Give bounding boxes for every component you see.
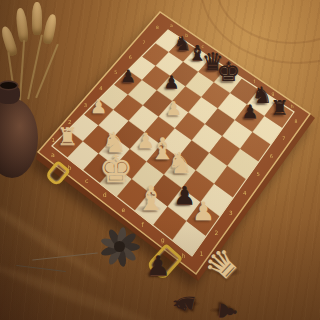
file-label-far: g [272,91,275,96]
rank-label-left: 1 [52,137,56,143]
chess-set-photo: aa11bb22cc33dd44ee55ff66gg77hh88 ♞♝♛♚♞♜♟… [0,0,320,320]
file-label-near: c [85,177,89,184]
rank-label-left: 2 [68,119,71,125]
rank-label-right: 2 [214,229,218,236]
rank-label-right: 3 [229,210,233,216]
rank-label-right: 8 [295,119,298,124]
file-label-far: b [185,33,188,38]
rank-label-right: 5 [257,171,260,177]
file-label-far: d [218,55,221,60]
file-label-near: e [121,206,125,213]
rank-label-left: 4 [99,85,102,91]
file-label-near: g [161,236,165,244]
rank-label-left: 5 [114,69,117,75]
rank-label-right: 6 [270,153,273,159]
rank-label-right: 4 [243,190,247,196]
dried-flower [92,220,146,274]
rank-label-left: 6 [129,55,132,60]
vase-mouth [0,82,17,89]
file-label-far: a [170,23,173,28]
rank-label-left: 3 [84,102,87,108]
wheat-head [32,2,42,35]
rank-label-right: 7 [282,136,285,141]
rank-label-left: 7 [143,40,146,45]
file-label-far: e [235,67,238,72]
rank-label-left: 8 [156,25,159,30]
file-label-far: h [291,104,294,109]
flower-core [114,241,125,252]
rank-label-right: 1 [200,250,204,257]
file-label-near: a [51,151,55,158]
file-label-near: d [103,191,107,198]
file-label-near: h [181,252,185,259]
